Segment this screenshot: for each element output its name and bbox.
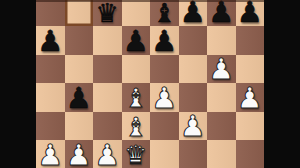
piece-black-pawn[interactable]: ♟ xyxy=(37,27,63,56)
square-f2[interactable] xyxy=(179,140,208,168)
square-f4[interactable] xyxy=(179,83,208,112)
piece-white-pawn[interactable]: ♟ xyxy=(37,141,63,168)
square-a3[interactable] xyxy=(36,112,65,141)
square-e6[interactable]: ♟ xyxy=(150,26,179,55)
square-d5[interactable] xyxy=(122,55,151,84)
piece-white-bishop[interactable]: ♝ xyxy=(124,114,147,140)
square-g7[interactable]: ♟ xyxy=(207,0,236,26)
piece-black-pawn[interactable]: ♟ xyxy=(237,0,263,27)
square-g2[interactable] xyxy=(207,140,236,168)
square-b4[interactable]: ♟ xyxy=(65,83,94,112)
square-b7[interactable] xyxy=(65,0,94,26)
square-d7[interactable] xyxy=(122,0,151,26)
piece-black-pawn[interactable]: ♟ xyxy=(66,84,92,113)
square-f6[interactable] xyxy=(179,26,208,55)
piece-white-pawn[interactable]: ♟ xyxy=(180,112,206,141)
square-h6[interactable] xyxy=(236,26,265,55)
square-h2[interactable] xyxy=(236,140,265,168)
square-d6[interactable]: ♟ xyxy=(122,26,151,55)
piece-white-pawn[interactable]: ♟ xyxy=(66,141,92,168)
square-a6[interactable]: ♟ xyxy=(36,26,65,55)
square-c4[interactable] xyxy=(93,83,122,112)
square-e2[interactable] xyxy=(150,140,179,168)
square-c2[interactable]: ♟ xyxy=(93,140,122,168)
square-e7[interactable]: ♝ xyxy=(150,0,179,26)
square-f7[interactable]: ♟ xyxy=(179,0,208,26)
square-a5[interactable] xyxy=(36,55,65,84)
chessboard: ♛♝♟♟♟♟♟♟♟♟♝♟♟♝♟♟♟♟♛ xyxy=(36,0,264,168)
square-g6[interactable] xyxy=(207,26,236,55)
square-e3[interactable] xyxy=(150,112,179,141)
square-e5[interactable] xyxy=(150,55,179,84)
piece-black-queen[interactable]: ♛ xyxy=(96,0,119,26)
piece-black-pawn[interactable]: ♟ xyxy=(180,0,206,27)
square-g5[interactable]: ♟ xyxy=(207,55,236,84)
square-a2[interactable]: ♟ xyxy=(36,140,65,168)
piece-white-pawn[interactable]: ♟ xyxy=(94,141,120,168)
chessboard-grid: ♛♝♟♟♟♟♟♟♟♟♝♟♟♝♟♟♟♟♛ xyxy=(36,0,264,168)
square-h3[interactable] xyxy=(236,112,265,141)
square-b5[interactable] xyxy=(65,55,94,84)
piece-black-pawn[interactable]: ♟ xyxy=(151,27,177,56)
piece-white-pawn[interactable]: ♟ xyxy=(208,55,234,84)
square-b2[interactable]: ♟ xyxy=(65,140,94,168)
piece-white-pawn[interactable]: ♟ xyxy=(151,84,177,113)
piece-white-bishop[interactable]: ♝ xyxy=(124,85,147,111)
square-a7[interactable] xyxy=(36,0,65,26)
square-a4[interactable] xyxy=(36,83,65,112)
square-d4[interactable]: ♝ xyxy=(122,83,151,112)
piece-black-bishop[interactable]: ♝ xyxy=(153,0,176,26)
square-d2[interactable]: ♛ xyxy=(122,140,151,168)
square-c3[interactable] xyxy=(93,112,122,141)
square-b6[interactable] xyxy=(65,26,94,55)
square-b3[interactable] xyxy=(65,112,94,141)
square-c5[interactable] xyxy=(93,55,122,84)
piece-black-pawn[interactable]: ♟ xyxy=(123,27,149,56)
square-h5[interactable] xyxy=(236,55,265,84)
piece-black-pawn[interactable]: ♟ xyxy=(208,0,234,27)
square-c7[interactable]: ♛ xyxy=(93,0,122,26)
square-h7[interactable]: ♟ xyxy=(236,0,265,26)
square-f3[interactable]: ♟ xyxy=(179,112,208,141)
piece-white-queen[interactable]: ♛ xyxy=(124,142,147,168)
piece-white-pawn[interactable]: ♟ xyxy=(237,84,263,113)
square-g4[interactable] xyxy=(207,83,236,112)
square-f5[interactable] xyxy=(179,55,208,84)
square-d3[interactable]: ♝ xyxy=(122,112,151,141)
square-g3[interactable] xyxy=(207,112,236,141)
square-h4[interactable]: ♟ xyxy=(236,83,265,112)
video-frame: ♛♝♟♟♟♟♟♟♟♟♝♟♟♝♟♟♟♟♛ xyxy=(0,0,300,168)
square-c6[interactable] xyxy=(93,26,122,55)
square-e4[interactable]: ♟ xyxy=(150,83,179,112)
